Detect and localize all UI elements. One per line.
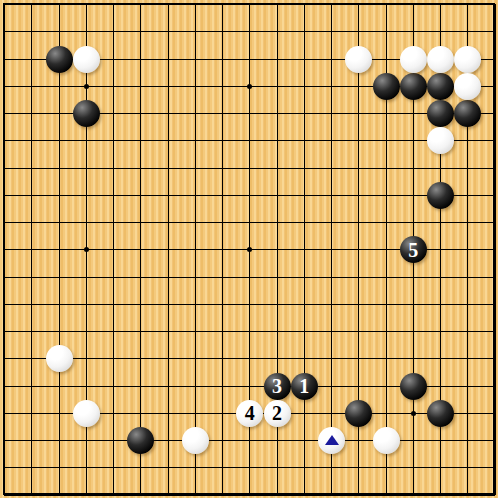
black-stone xyxy=(427,100,454,127)
grid-line-horizontal xyxy=(4,277,495,278)
move-number-label: 4 xyxy=(245,403,255,423)
black-stone: 5 xyxy=(400,236,427,263)
white-stone: 2 xyxy=(264,400,291,427)
grid-line-vertical xyxy=(331,4,332,495)
grid-line-vertical xyxy=(495,4,496,495)
black-stone xyxy=(427,73,454,100)
black-stone: 3 xyxy=(264,373,291,400)
black-stone xyxy=(73,100,100,127)
grid-line-horizontal xyxy=(4,358,495,359)
black-stone xyxy=(427,182,454,209)
star-point xyxy=(411,411,416,416)
go-board-diagram: 53142 xyxy=(0,0,498,498)
grid-line-vertical xyxy=(304,4,305,495)
grid-line-horizontal xyxy=(4,495,495,496)
go-board[interactable]: 53142 xyxy=(0,0,498,498)
star-point xyxy=(84,247,89,252)
black-stone: 1 xyxy=(291,373,318,400)
grid-line-horizontal xyxy=(4,304,495,305)
move-number-label: 1 xyxy=(299,376,309,396)
white-stone xyxy=(345,46,372,73)
star-point xyxy=(247,84,252,89)
white-stone xyxy=(73,400,100,427)
white-stone xyxy=(373,427,400,454)
grid-line-horizontal xyxy=(4,440,495,441)
black-stone xyxy=(400,73,427,100)
white-stone xyxy=(318,427,345,454)
black-stone xyxy=(46,46,73,73)
black-stone xyxy=(400,373,427,400)
move-number-label: 3 xyxy=(272,376,282,396)
white-stone xyxy=(454,46,481,73)
white-stone xyxy=(46,345,73,372)
star-point xyxy=(84,84,89,89)
move-number-label: 2 xyxy=(272,403,282,423)
white-stone xyxy=(454,73,481,100)
move-number-label: 5 xyxy=(408,240,418,260)
white-stone: 4 xyxy=(236,400,263,427)
black-stone xyxy=(427,400,454,427)
black-stone xyxy=(373,73,400,100)
grid-line-horizontal xyxy=(4,467,495,468)
triangle-marker-icon xyxy=(325,435,339,445)
black-stone xyxy=(345,400,372,427)
white-stone xyxy=(182,427,209,454)
grid-line-horizontal xyxy=(4,331,495,332)
white-stone xyxy=(400,46,427,73)
white-stone xyxy=(427,46,454,73)
white-stone xyxy=(73,46,100,73)
